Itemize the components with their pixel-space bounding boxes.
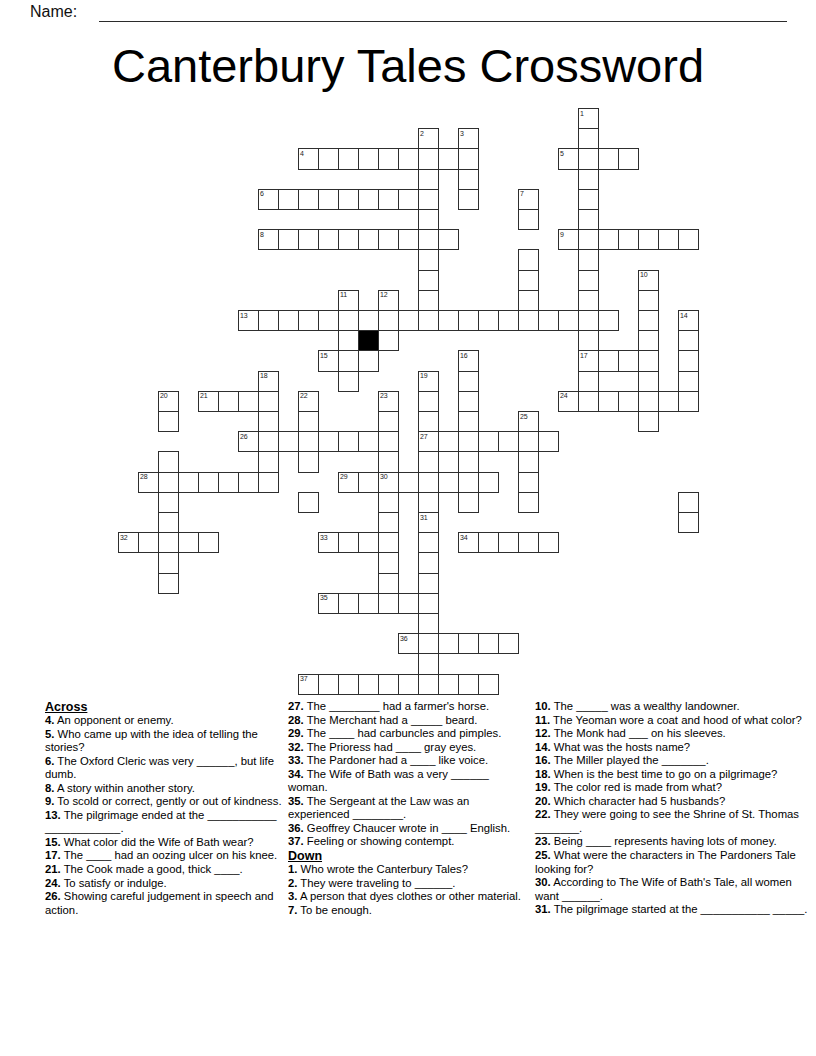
cell-r21-c15[interactable] [418, 532, 439, 553]
cell-r4-c23[interactable] [578, 189, 599, 210]
cell-r4-c14[interactable] [398, 189, 419, 210]
cell-r8-c26[interactable]: 10 [638, 270, 659, 291]
cell-r10-c9[interactable] [298, 310, 319, 331]
cell-number-16: 16 [460, 351, 467, 360]
cell-r18-c7[interactable] [258, 472, 279, 493]
cell-r19-c15[interactable] [418, 492, 439, 513]
clue-18: 18. When is the best time to go on a pil… [535, 768, 816, 782]
cell-r18-c12[interactable] [358, 472, 379, 493]
clue-27: 27. The ________ had a farmer's horse. [288, 700, 531, 714]
clue-header-down: Down [288, 849, 531, 863]
clue-2: 2. They were traveling to ______. [288, 877, 531, 891]
cell-r13-c23[interactable] [578, 371, 599, 392]
cell-r17-c20[interactable] [518, 451, 539, 472]
cell-r23-c13[interactable] [378, 573, 399, 594]
cell-r6-c23[interactable] [578, 229, 599, 250]
clue-30: 30. According to The Wife of Bath's Tale… [535, 876, 816, 903]
cell-r28-c16[interactable] [438, 674, 459, 695]
cell-r10-c18[interactable] [478, 310, 499, 331]
cell-r10-c14[interactable] [398, 310, 419, 331]
cell-r4-c17[interactable] [458, 189, 479, 210]
cell-r10-c17[interactable] [458, 310, 479, 331]
cell-r13-c26[interactable] [638, 371, 659, 392]
cell-number-10: 10 [640, 270, 647, 279]
name-blank-line [99, 0, 787, 22]
cell-r16-c15[interactable]: 27 [418, 431, 439, 452]
cell-r2-c24[interactable] [598, 148, 619, 169]
cell-r6-c27[interactable] [658, 229, 679, 250]
cell-r7-c15[interactable] [418, 249, 439, 270]
cell-r10-c24[interactable] [598, 310, 619, 331]
cell-r18-c13[interactable]: 30 [378, 472, 399, 493]
cell-r19-c9[interactable] [298, 492, 319, 513]
cell-r13-c15[interactable]: 19 [418, 371, 439, 392]
cell-r11-c28[interactable] [678, 330, 699, 351]
cell-r26-c18[interactable] [478, 633, 499, 654]
cell-r11-c26[interactable] [638, 330, 659, 351]
cell-r3-c23[interactable] [578, 169, 599, 190]
cell-r22-c13[interactable] [378, 552, 399, 573]
cell-r14-c7[interactable] [258, 391, 279, 412]
clue-28: 28. The Merchant had a _____ beard. [288, 714, 531, 728]
cell-r6-c26[interactable] [638, 229, 659, 250]
cell-number-37: 37 [300, 674, 307, 683]
cell-number-34: 34 [460, 533, 467, 542]
clue-37: 37. Feeling or showing contempt. [288, 835, 531, 849]
cell-r15-c7[interactable] [258, 411, 279, 432]
cell-r28-c17[interactable] [458, 674, 479, 695]
cell-r12-c28[interactable] [678, 350, 699, 371]
cell-r22-c15[interactable] [418, 552, 439, 573]
cell-r28-c11[interactable] [338, 674, 359, 695]
clue-1: 1. Who wrote the Canterbury Tales? [288, 863, 531, 877]
cell-r17-c13[interactable] [378, 451, 399, 472]
cell-r1-c23[interactable] [578, 128, 599, 149]
cell-r16-c9[interactable] [298, 431, 319, 452]
cell-r6-c28[interactable] [678, 229, 699, 250]
cell-r17-c2[interactable] [158, 451, 179, 472]
cell-r19-c13[interactable] [378, 492, 399, 513]
cell-r4-c8[interactable] [278, 189, 299, 210]
cell-r17-c9[interactable] [298, 451, 319, 472]
cell-r14-c15[interactable] [418, 391, 439, 412]
cell-r20-c15[interactable]: 31 [418, 512, 439, 533]
cell-r2-c11[interactable] [338, 148, 359, 169]
cell-r15-c17[interactable] [458, 411, 479, 432]
cell-r6-c7[interactable]: 8 [258, 229, 279, 250]
cell-r18-c1[interactable]: 28 [138, 472, 159, 493]
cell-r16-c8[interactable] [278, 431, 299, 452]
cell-r21-c17[interactable]: 34 [458, 532, 479, 553]
cell-r9-c23[interactable] [578, 290, 599, 311]
cell-r10-c13[interactable] [378, 310, 399, 331]
cell-r26-c15[interactable] [418, 633, 439, 654]
cell-number-9: 9 [560, 230, 564, 239]
clue-15: 15. What color did the Wife of Bath wear… [45, 836, 286, 850]
cell-r3-c17[interactable] [458, 169, 479, 190]
cell-r9-c20[interactable] [518, 290, 539, 311]
cell-r6-c9[interactable] [298, 229, 319, 250]
cell-r4-c13[interactable] [378, 189, 399, 210]
cell-number-1: 1 [580, 109, 584, 118]
cell-r10-c16[interactable] [438, 310, 459, 331]
clue-column-across: Across4. An opponent or enemy.5. Who cam… [45, 700, 286, 917]
cell-r0-c23[interactable]: 1 [578, 108, 599, 129]
cell-r18-c2[interactable] [158, 472, 179, 493]
cell-r2-c17[interactable] [458, 148, 479, 169]
cell-r6-c25[interactable] [618, 229, 639, 250]
cell-r4-c9[interactable] [298, 189, 319, 210]
clue-3: 3. A person that dyes clothes or other m… [288, 890, 531, 904]
cell-r13-c17[interactable] [458, 371, 479, 392]
cell-r1-c15[interactable]: 2 [418, 128, 439, 149]
cell-r2-c10[interactable] [318, 148, 339, 169]
clue-7: 7. To be enough. [288, 904, 531, 918]
page-title: Canterbury Tales Crossword [0, 38, 816, 93]
clue-33: 33. The Pardoner had a ____ like voice. [288, 754, 531, 768]
cell-r6-c16[interactable] [438, 229, 459, 250]
cell-number-14: 14 [680, 311, 687, 320]
cell-r6-c11[interactable] [338, 229, 359, 250]
clue-13: 13. The pilgrimage ended at the ________… [45, 809, 286, 836]
cell-r5-c23[interactable] [578, 209, 599, 230]
cell-number-5: 5 [560, 149, 564, 158]
cell-r14-c17[interactable] [458, 391, 479, 412]
cell-r9-c11[interactable]: 11 [338, 290, 359, 311]
cell-r14-c28[interactable] [678, 391, 699, 412]
cell-number-27: 27 [420, 432, 427, 441]
cell-r12-c11[interactable] [338, 350, 359, 371]
cell-r20-c13[interactable] [378, 512, 399, 533]
cell-r26-c19[interactable] [498, 633, 519, 654]
cell-r14-c2[interactable]: 20 [158, 391, 179, 412]
clue-26: 26. Showing careful judgement in speech … [45, 890, 286, 917]
cell-r6-c10[interactable] [318, 229, 339, 250]
cell-r16-c18[interactable] [478, 431, 499, 452]
cell-number-29: 29 [340, 472, 347, 481]
cell-r9-c15[interactable] [418, 290, 439, 311]
cell-r27-c15[interactable] [418, 653, 439, 674]
cell-r10-c15[interactable] [418, 310, 439, 331]
cell-r7-c20[interactable] [518, 249, 539, 270]
cell-r28-c14[interactable] [398, 674, 419, 695]
cell-r18-c6[interactable] [238, 472, 259, 493]
cell-r18-c16[interactable] [438, 472, 459, 493]
cell-r11-c11[interactable] [338, 330, 359, 351]
cell-r16-c21[interactable] [538, 431, 559, 452]
crossword-grid: 1234567891011121314151617181920212223242… [118, 108, 702, 698]
cell-r24-c13[interactable] [378, 593, 399, 614]
cell-r9-c26[interactable] [638, 290, 659, 311]
cell-r6-c12[interactable] [358, 229, 379, 250]
cell-number-36: 36 [400, 634, 407, 643]
cell-r1-c17[interactable]: 3 [458, 128, 479, 149]
cell-number-2: 2 [420, 129, 424, 138]
cell-number-20: 20 [160, 391, 167, 400]
cell-r18-c11[interactable]: 29 [338, 472, 359, 493]
cell-r21-c12[interactable] [358, 532, 379, 553]
cell-r8-c23[interactable] [578, 270, 599, 291]
cell-r18-c18[interactable] [478, 472, 499, 493]
cell-r24-c15[interactable] [418, 593, 439, 614]
cell-number-24: 24 [560, 391, 567, 400]
cell-r5-c20[interactable] [518, 209, 539, 230]
cell-r10-c6[interactable]: 13 [238, 310, 259, 331]
cell-r28-c12[interactable] [358, 674, 379, 695]
cell-r21-c18[interactable] [478, 532, 499, 553]
cell-r20-c28[interactable] [678, 512, 699, 533]
clue-5: 5. Who came up with the idea of telling … [45, 728, 286, 755]
cell-r28-c13[interactable] [378, 674, 399, 695]
cell-r12-c24[interactable] [598, 350, 619, 371]
cell-r18-c5[interactable] [218, 472, 239, 493]
cell-r24-c11[interactable] [338, 593, 359, 614]
cell-r18-c20[interactable] [518, 472, 539, 493]
cell-r10-c8[interactable] [278, 310, 299, 331]
cell-r14-c22[interactable]: 24 [558, 391, 579, 412]
cell-r18-c17[interactable] [458, 472, 479, 493]
cell-r18-c3[interactable] [178, 472, 199, 493]
cell-r24-c14[interactable] [398, 593, 419, 614]
cell-number-23: 23 [380, 391, 387, 400]
cell-r12-c17[interactable]: 16 [458, 350, 479, 371]
clue-11: 11. The Yeoman wore a coat and hood of w… [535, 714, 816, 728]
cell-number-32: 32 [120, 533, 127, 542]
cell-r10-c11[interactable] [338, 310, 359, 331]
cell-r21-c19[interactable] [498, 532, 519, 553]
cell-r21-c10[interactable]: 33 [318, 532, 339, 553]
cell-r14-c4[interactable]: 21 [198, 391, 219, 412]
cell-r21-c13[interactable] [378, 532, 399, 553]
cell-r21-c1[interactable] [138, 532, 159, 553]
cell-r12-c25[interactable] [618, 350, 639, 371]
clue-17: 17. The ____ had an oozing ulcer on his … [45, 849, 286, 863]
cell-r2-c15[interactable] [418, 148, 439, 169]
cell-r10-c26[interactable] [638, 310, 659, 331]
cell-r26-c14[interactable]: 36 [398, 633, 419, 654]
cell-r16-c17[interactable] [458, 431, 479, 452]
cell-r18-c14[interactable] [398, 472, 419, 493]
clue-20: 20. Which character had 5 husbands? [535, 795, 816, 809]
black-cell-r11-c12 [358, 330, 379, 351]
cell-r16-c10[interactable] [318, 431, 339, 452]
clue-32: 32. The Prioress had ____ gray eyes. [288, 741, 531, 755]
clue-36: 36. Geoffrey Chaucer wrote in ____ Engli… [288, 822, 531, 836]
cell-r4-c11[interactable] [338, 189, 359, 210]
cell-r28-c9[interactable]: 37 [298, 674, 319, 695]
cell-r12-c12[interactable] [358, 350, 379, 371]
cell-r21-c21[interactable] [538, 532, 559, 553]
cell-r3-c15[interactable] [418, 169, 439, 190]
cell-number-6: 6 [260, 189, 264, 198]
cell-r7-c23[interactable] [578, 249, 599, 270]
cell-number-15: 15 [320, 351, 327, 360]
cell-r14-c9[interactable]: 22 [298, 391, 319, 412]
cell-number-21: 21 [200, 391, 207, 400]
cell-r2-c23[interactable] [578, 148, 599, 169]
cell-r16-c6[interactable]: 26 [238, 431, 259, 452]
cell-r11-c13[interactable] [378, 330, 399, 351]
cell-r10-c7[interactable] [258, 310, 279, 331]
cell-number-33: 33 [320, 533, 327, 542]
cell-r6-c13[interactable] [378, 229, 399, 250]
cell-number-8: 8 [260, 230, 264, 239]
cell-r16-c7[interactable] [258, 431, 279, 452]
name-label: Name: [30, 3, 77, 21]
cell-r14-c23[interactable] [578, 391, 599, 412]
cell-number-30: 30 [380, 472, 387, 481]
name-row: Name: [0, 0, 816, 26]
cell-number-11: 11 [340, 290, 347, 299]
cell-r16-c20[interactable] [518, 431, 539, 452]
clue-header-across: Across [45, 700, 286, 714]
cell-r6-c24[interactable] [598, 229, 619, 250]
cell-r28-c10[interactable] [318, 674, 339, 695]
cell-r26-c16[interactable] [438, 633, 459, 654]
clue-31: 31. The pilgrimage started at the ______… [535, 903, 816, 917]
cell-r14-c27[interactable] [658, 391, 679, 412]
cell-r2-c13[interactable] [378, 148, 399, 169]
cell-r10-c23[interactable] [578, 310, 599, 331]
cell-r16-c16[interactable] [438, 431, 459, 452]
cell-number-19: 19 [420, 371, 427, 380]
clue-9: 9. To scold or correct, gently or out of… [45, 795, 286, 809]
cell-number-31: 31 [420, 513, 427, 522]
cell-r25-c15[interactable] [418, 613, 439, 634]
cell-r26-c17[interactable] [458, 633, 479, 654]
cell-r15-c2[interactable] [158, 411, 179, 432]
cell-r23-c15[interactable] [418, 573, 439, 594]
cell-r18-c4[interactable] [198, 472, 219, 493]
clue-12: 12. The Monk had ___ on his sleeves. [535, 727, 816, 741]
cell-number-13: 13 [240, 311, 247, 320]
cell-number-25: 25 [520, 412, 527, 421]
cell-r14-c26[interactable] [638, 391, 659, 412]
cell-number-4: 4 [300, 149, 304, 158]
clue-8: 8. A story within another story. [45, 782, 286, 796]
cell-number-22: 22 [300, 391, 307, 400]
cell-r6-c22[interactable]: 9 [558, 229, 579, 250]
cell-r2-c16[interactable] [438, 148, 459, 169]
cell-r11-c23[interactable] [578, 330, 599, 351]
cell-r15-c9[interactable] [298, 411, 319, 432]
cell-r2-c9[interactable]: 4 [298, 148, 319, 169]
clue-column-down: 10. The _____ was a wealthy landowner.11… [535, 700, 816, 917]
cell-r15-c26[interactable] [638, 411, 659, 432]
cell-r22-c2[interactable] [158, 552, 179, 573]
cell-r15-c13[interactable] [378, 411, 399, 432]
cell-number-3: 3 [460, 129, 464, 138]
cell-r17-c7[interactable] [258, 451, 279, 472]
cell-r12-c23[interactable]: 17 [578, 350, 599, 371]
cell-r13-c28[interactable] [678, 371, 699, 392]
cell-r19-c17[interactable] [458, 492, 479, 513]
cell-r2-c22[interactable]: 5 [558, 148, 579, 169]
cell-r2-c12[interactable] [358, 148, 379, 169]
cell-r2-c14[interactable] [398, 148, 419, 169]
clue-10: 10. The _____ was a wealthy landowner. [535, 700, 816, 714]
cell-r19-c2[interactable] [158, 492, 179, 513]
cell-r16-c12[interactable] [358, 431, 379, 452]
cell-r10-c21[interactable] [538, 310, 559, 331]
cell-number-26: 26 [240, 432, 247, 441]
cell-r21-c4[interactable] [198, 532, 219, 553]
cell-r16-c13[interactable] [378, 431, 399, 452]
cell-r10-c10[interactable] [318, 310, 339, 331]
clue-4: 4. An opponent or enemy. [45, 714, 286, 728]
clue-14: 14. What was the hosts name? [535, 741, 816, 755]
cell-r10-c20[interactable] [518, 310, 539, 331]
cell-r16-c19[interactable] [498, 431, 519, 452]
cell-r13-c11[interactable] [338, 371, 359, 392]
cell-r6-c15[interactable] [418, 229, 439, 250]
cell-r21-c11[interactable] [338, 532, 359, 553]
cell-r21-c20[interactable] [518, 532, 539, 553]
cell-r4-c10[interactable] [318, 189, 339, 210]
cell-r19-c20[interactable] [518, 492, 539, 513]
cell-r12-c26[interactable] [638, 350, 659, 371]
cell-number-12: 12 [380, 290, 387, 299]
cell-r10-c28[interactable]: 14 [678, 310, 699, 331]
clue-34: 34. The Wife of Bath was a very ______ w… [288, 768, 531, 795]
cell-r12-c10[interactable]: 15 [318, 350, 339, 371]
cell-r15-c20[interactable]: 25 [518, 411, 539, 432]
cell-r14-c6[interactable] [238, 391, 259, 412]
cell-r20-c2[interactable] [158, 512, 179, 533]
cell-r4-c20[interactable]: 7 [518, 189, 539, 210]
cell-r4-c7[interactable]: 6 [258, 189, 279, 210]
cell-r10-c22[interactable] [558, 310, 579, 331]
cell-number-17: 17 [580, 351, 587, 360]
cell-r19-c28[interactable] [678, 492, 699, 513]
cell-r10-c12[interactable] [358, 310, 379, 331]
clue-23: 23. Being ____ represents having lots of… [535, 835, 816, 849]
cell-r2-c25[interactable] [618, 148, 639, 169]
cell-r18-c15[interactable] [418, 472, 439, 493]
cell-r8-c15[interactable] [418, 270, 439, 291]
clue-6: 6. The Oxford Cleric was very ______, bu… [45, 755, 286, 782]
cell-r28-c18[interactable] [478, 674, 499, 695]
cell-r14-c24[interactable] [598, 391, 619, 412]
cell-r14-c5[interactable] [218, 391, 239, 412]
cell-r21-c3[interactable] [178, 532, 199, 553]
cell-r15-c15[interactable] [418, 411, 439, 432]
cell-r5-c15[interactable] [418, 209, 439, 230]
cell-r17-c15[interactable] [418, 451, 439, 472]
cell-number-35: 35 [320, 593, 327, 602]
cell-r6-c14[interactable] [398, 229, 419, 250]
cell-r16-c11[interactable] [338, 431, 359, 452]
cell-r6-c8[interactable] [278, 229, 299, 250]
cell-r10-c19[interactable] [498, 310, 519, 331]
cell-r23-c2[interactable] [158, 573, 179, 594]
cell-r4-c15[interactable] [418, 189, 439, 210]
cell-r24-c12[interactable] [358, 593, 379, 614]
clue-29: 29. The ____ had carbuncles and pimples. [288, 727, 531, 741]
clue-25: 25. What were the characters in The Pard… [535, 849, 816, 876]
cell-r9-c13[interactable]: 12 [378, 290, 399, 311]
cell-r4-c12[interactable] [358, 189, 379, 210]
cell-r14-c13[interactable]: 23 [378, 391, 399, 412]
cell-r24-c10[interactable]: 35 [318, 593, 339, 614]
cell-r21-c2[interactable] [158, 532, 179, 553]
cell-r13-c7[interactable]: 18 [258, 371, 279, 392]
cell-r21-c0[interactable]: 32 [118, 532, 139, 553]
cell-r28-c15[interactable] [418, 674, 439, 695]
cell-r8-c20[interactable] [518, 270, 539, 291]
cell-r14-c25[interactable] [618, 391, 639, 412]
cell-r17-c17[interactable] [458, 451, 479, 472]
